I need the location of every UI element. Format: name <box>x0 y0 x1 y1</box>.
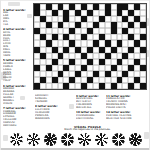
word-list-item: YARN <box>3 54 34 57</box>
visual-puzzle-instruction: Match the negatives to the positives. <box>25 128 150 131</box>
word-group: 14 letter words:CENTRAL HEATINGWEATHER S… <box>106 111 149 120</box>
watermark-blob <box>144 132 149 139</box>
word-list-item: WARRIORS <box>35 116 75 119</box>
word-list-item: POLAR LIGHTS <box>106 106 149 109</box>
word-list-item: VIOLIN <box>3 101 34 104</box>
word-list-item: TULIP <box>3 79 34 82</box>
word-group: 8 letter words:ELECTRONHEIRLOOMPRINCESSW… <box>35 105 75 120</box>
black-cell <box>140 83 146 89</box>
word-list-item: LIGHTHOUSE <box>76 116 106 119</box>
page-edge-top <box>0 0 150 1</box>
word-list-item: TSUNAMI <box>35 100 75 103</box>
flower-pattern-6[interactable] <box>94 131 110 147</box>
flower-pattern-7[interactable] <box>112 133 125 146</box>
word-group: 11 letter words:CANDLESTICKFRENCH HORNSM… <box>106 94 149 109</box>
flower-pattern-3[interactable] <box>43 131 58 146</box>
flower-pattern-1[interactable] <box>10 133 23 146</box>
word-group: 10 letter words:CHESSBOARDLIGHTHOUSE <box>76 111 106 120</box>
word-list-item: WEATHER STATION <box>106 116 149 119</box>
word-group: 9 letter words:ADVENTUREBUTTERFLYFIREWOR… <box>76 94 106 109</box>
page-edge-bottom <box>0 148 150 150</box>
word-group: 6 letter words:ANORAKBANANACELLARGARNETM… <box>3 84 34 104</box>
word-group: 5 letter words:AROMACAMEOEAGLEOASISPIANO… <box>3 59 34 82</box>
pattern-row <box>10 132 142 146</box>
word-group: 4 letter words:ACHEBARNCLUEDUETECHOIRISK… <box>3 27 34 56</box>
crossword-grid[interactable] <box>33 3 147 90</box>
word-list-item: WATERFALL <box>76 106 106 109</box>
flower-pattern-2[interactable] <box>25 131 42 148</box>
word-group: DROUGHTSUNDIALTSUNAMI <box>35 94 75 103</box>
flower-pattern-4[interactable] <box>61 133 74 146</box>
puzzle-page: 3 letter words:AGEEAROWLRYETEA4 letter w… <box>0 0 150 150</box>
flower-pattern-5[interactable] <box>76 130 94 148</box>
watermark-blob <box>8 2 20 6</box>
word-list-sidebar: 3 letter words:AGEEAROWLRYETEA4 letter w… <box>3 8 34 142</box>
flower-pattern-8[interactable] <box>127 130 144 147</box>
word-group: 3 letter words:AGEEAROWLRYETEA <box>3 8 34 25</box>
word-list-item: TEA <box>3 23 34 26</box>
word-group: 7 letter words:CABBAGEDIAGRAMEPISODEFREE… <box>3 106 34 126</box>
